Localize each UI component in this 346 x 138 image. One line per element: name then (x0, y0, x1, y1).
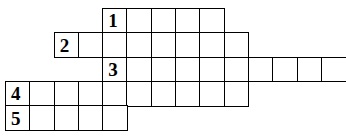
crossword-cell[interactable] (151, 81, 177, 107)
crossword-cell[interactable] (248, 57, 274, 83)
crossword-cell[interactable] (224, 57, 250, 83)
clue-number: 4 (11, 84, 21, 103)
crossword-cell[interactable] (175, 32, 201, 58)
crossword-cell[interactable] (224, 32, 250, 58)
crossword-cell[interactable] (102, 105, 128, 131)
crossword-cell[interactable] (29, 105, 55, 131)
word-row-1: 1 (102, 8, 225, 34)
crossword-cell[interactable] (151, 32, 177, 58)
word-row-4: 4 (5, 81, 249, 107)
crossword-cell[interactable] (54, 81, 80, 107)
crossword-cell[interactable] (199, 81, 225, 107)
crossword-cell[interactable] (175, 81, 201, 107)
crossword-board: 12345 (0, 0, 346, 138)
crossword-cell[interactable] (199, 32, 225, 58)
clue-number: 2 (60, 36, 70, 55)
crossword-cell-numbered[interactable]: 3 (102, 57, 128, 83)
crossword-cell[interactable] (78, 81, 104, 107)
crossword-cell[interactable] (224, 81, 250, 107)
clue-number: 1 (108, 11, 118, 30)
crossword-cell[interactable] (54, 105, 80, 131)
crossword-cell[interactable] (102, 32, 128, 58)
crossword-cell[interactable] (78, 105, 104, 131)
crossword-cell[interactable] (272, 57, 298, 83)
crossword-cell[interactable] (29, 81, 55, 107)
crossword-cell-numbered[interactable]: 2 (54, 32, 80, 58)
crossword-cell[interactable] (102, 81, 128, 107)
crossword-cell[interactable] (175, 57, 201, 83)
crossword-cell-numbered[interactable]: 1 (102, 8, 128, 34)
crossword-cell-numbered[interactable]: 4 (5, 81, 31, 107)
word-row-2: 2 (54, 32, 250, 58)
clue-number: 3 (108, 60, 118, 79)
crossword-cell[interactable] (126, 81, 152, 107)
crossword-cell[interactable] (126, 32, 152, 58)
crossword-page: 12345 (0, 0, 346, 138)
crossword-cell[interactable] (126, 8, 152, 34)
word-row-3: 3 (102, 57, 346, 83)
clue-number: 5 (11, 109, 21, 128)
crossword-cell[interactable] (297, 57, 323, 83)
crossword-cell[interactable] (175, 8, 201, 34)
word-row-5: 5 (5, 105, 128, 131)
crossword-cell[interactable] (151, 57, 177, 83)
crossword-cell[interactable] (126, 57, 152, 83)
crossword-cell[interactable] (151, 8, 177, 34)
crossword-cell[interactable] (199, 8, 225, 34)
crossword-cell[interactable] (78, 32, 104, 58)
crossword-cell[interactable] (321, 57, 346, 83)
crossword-cell[interactable] (199, 57, 225, 83)
crossword-cell-numbered[interactable]: 5 (5, 105, 31, 131)
